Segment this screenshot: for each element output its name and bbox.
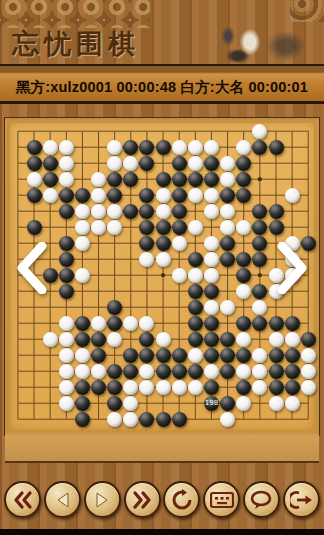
white-stone bbox=[156, 204, 171, 219]
black-stone bbox=[252, 284, 267, 299]
black-stone bbox=[107, 364, 122, 379]
white-stone bbox=[107, 204, 122, 219]
black-stone bbox=[252, 140, 267, 155]
black-stone bbox=[59, 284, 74, 299]
white-stone bbox=[59, 380, 74, 395]
keyboard-button[interactable] bbox=[203, 481, 240, 518]
white-stone bbox=[204, 300, 219, 315]
black-stone bbox=[188, 252, 203, 267]
bottom-black-strip bbox=[0, 529, 324, 535]
white-stone bbox=[156, 252, 171, 267]
black-stone bbox=[156, 348, 171, 363]
white-stone bbox=[236, 364, 251, 379]
black-stone bbox=[172, 348, 187, 363]
white-stone bbox=[156, 380, 171, 395]
black-stone bbox=[156, 364, 171, 379]
black-stone bbox=[156, 220, 171, 235]
white-stone bbox=[75, 220, 90, 235]
black-stone bbox=[43, 172, 58, 187]
black-stone bbox=[172, 204, 187, 219]
white-stone bbox=[172, 140, 187, 155]
black-stone bbox=[172, 220, 187, 235]
black-stone bbox=[107, 316, 122, 331]
white-stone bbox=[220, 204, 235, 219]
keyboard-icon bbox=[210, 491, 234, 509]
double-chevron-right-icon bbox=[131, 490, 153, 510]
exit-icon bbox=[290, 490, 312, 510]
refresh-icon bbox=[171, 489, 193, 511]
black-stone bbox=[236, 188, 251, 203]
white-stone bbox=[236, 396, 251, 411]
black-stone bbox=[220, 396, 235, 411]
white-stone bbox=[188, 188, 203, 203]
white-stone bbox=[107, 220, 122, 235]
black-stone bbox=[236, 268, 251, 283]
white-stone bbox=[156, 188, 171, 203]
black-stone bbox=[59, 188, 74, 203]
black-stone bbox=[27, 220, 42, 235]
white-stone bbox=[188, 380, 203, 395]
white-stone bbox=[188, 220, 203, 235]
replay-toolbar bbox=[0, 470, 324, 529]
white-stone bbox=[107, 156, 122, 171]
white-stone bbox=[107, 332, 122, 347]
white-stone bbox=[269, 332, 284, 347]
black-stone bbox=[123, 172, 138, 187]
black-stone bbox=[172, 412, 187, 427]
white-stone bbox=[220, 220, 235, 235]
white-stone bbox=[204, 252, 219, 267]
black-stone: 198 bbox=[204, 396, 219, 411]
black-stone bbox=[252, 316, 267, 331]
rewind-to-start-button[interactable] bbox=[4, 481, 41, 518]
black-stone bbox=[252, 220, 267, 235]
last-move-number: 198 bbox=[204, 396, 219, 411]
white-stone bbox=[123, 316, 138, 331]
previous-move-arrow[interactable] bbox=[14, 242, 48, 294]
black-stone bbox=[107, 172, 122, 187]
black-stone bbox=[43, 156, 58, 171]
white-stone bbox=[172, 268, 187, 283]
black-stone bbox=[301, 332, 316, 347]
black-stone bbox=[269, 140, 284, 155]
black-stone bbox=[156, 412, 171, 427]
black-stone bbox=[91, 332, 106, 347]
black-stone bbox=[269, 316, 284, 331]
black-stone bbox=[59, 236, 74, 251]
white-stone bbox=[172, 380, 187, 395]
white-stone bbox=[204, 364, 219, 379]
white-stone bbox=[301, 380, 316, 395]
white-stone bbox=[43, 188, 58, 203]
black-stone bbox=[91, 380, 106, 395]
white-stone bbox=[107, 412, 122, 427]
white-stone bbox=[285, 332, 300, 347]
black-stone bbox=[27, 188, 42, 203]
black-stone bbox=[156, 172, 171, 187]
white-stone bbox=[59, 396, 74, 411]
white-stone bbox=[204, 204, 219, 219]
black-stone bbox=[285, 316, 300, 331]
white-stone bbox=[252, 348, 267, 363]
black-stone bbox=[107, 188, 122, 203]
white-stone bbox=[139, 316, 154, 331]
black-stone bbox=[75, 332, 90, 347]
fast-forward-button[interactable] bbox=[124, 481, 161, 518]
white-stone bbox=[123, 156, 138, 171]
black-stone bbox=[236, 172, 251, 187]
black-stone bbox=[107, 396, 122, 411]
black-stone bbox=[236, 156, 251, 171]
white-stone bbox=[59, 140, 74, 155]
black-stone bbox=[220, 364, 235, 379]
black-stone bbox=[91, 348, 106, 363]
refresh-button[interactable] bbox=[163, 481, 200, 518]
white-stone bbox=[91, 220, 106, 235]
black-stone bbox=[172, 188, 187, 203]
white-stone bbox=[27, 172, 42, 187]
white-stone bbox=[204, 188, 219, 203]
black-stone bbox=[27, 156, 42, 171]
black-stone bbox=[204, 380, 219, 395]
black-stone bbox=[220, 252, 235, 267]
white-stone bbox=[75, 364, 90, 379]
white-stone bbox=[59, 348, 74, 363]
black-stone bbox=[204, 172, 219, 187]
black-stone bbox=[139, 188, 154, 203]
black-stone bbox=[75, 316, 90, 331]
double-chevron-left-icon bbox=[12, 490, 34, 510]
white-stone bbox=[252, 300, 267, 315]
white-stone bbox=[188, 140, 203, 155]
arrow-right-icon bbox=[92, 490, 112, 510]
white-stone bbox=[188, 268, 203, 283]
black-stone bbox=[236, 380, 251, 395]
white-stone bbox=[188, 348, 203, 363]
black-stone bbox=[156, 140, 171, 155]
white-stone bbox=[220, 412, 235, 427]
white-stone bbox=[301, 348, 316, 363]
white-stone bbox=[59, 364, 74, 379]
black-stone bbox=[204, 284, 219, 299]
white-stone bbox=[236, 332, 251, 347]
white-stone bbox=[172, 236, 187, 251]
black-stone bbox=[156, 236, 171, 251]
white-stone bbox=[269, 396, 284, 411]
app-title: 忘忧围棋 bbox=[12, 26, 140, 62]
black-stone bbox=[204, 316, 219, 331]
black-stone bbox=[27, 140, 42, 155]
black-stone bbox=[285, 364, 300, 379]
black-stone bbox=[172, 156, 187, 171]
black-stone bbox=[59, 252, 74, 267]
coin-painting-decoration bbox=[0, 0, 150, 28]
white-stone bbox=[107, 140, 122, 155]
white-stone bbox=[188, 156, 203, 171]
white-stone bbox=[75, 204, 90, 219]
white-stone bbox=[75, 348, 90, 363]
black-stone bbox=[188, 284, 203, 299]
black-stone bbox=[172, 172, 187, 187]
white-stone bbox=[204, 268, 219, 283]
white-stone bbox=[236, 220, 251, 235]
black-stone bbox=[188, 332, 203, 347]
black-stone bbox=[252, 252, 267, 267]
black-stone bbox=[75, 412, 90, 427]
app-banner: 忘忧围棋 bbox=[0, 0, 324, 66]
white-stone bbox=[252, 380, 267, 395]
black-stone bbox=[236, 348, 251, 363]
white-stone bbox=[220, 172, 235, 187]
black-stone bbox=[59, 204, 74, 219]
black-stone bbox=[269, 348, 284, 363]
chat-button[interactable] bbox=[243, 481, 280, 518]
black-stone bbox=[172, 364, 187, 379]
black-stone bbox=[139, 140, 154, 155]
black-stone bbox=[188, 300, 203, 315]
black-stone bbox=[139, 156, 154, 171]
white-stone bbox=[220, 156, 235, 171]
black-stone bbox=[188, 316, 203, 331]
white-stone bbox=[91, 364, 106, 379]
white-stone bbox=[75, 236, 90, 251]
black-stone bbox=[252, 204, 267, 219]
black-stone bbox=[204, 156, 219, 171]
black-stone bbox=[123, 140, 138, 155]
white-stone bbox=[301, 364, 316, 379]
black-stone bbox=[59, 268, 74, 283]
white-stone bbox=[91, 204, 106, 219]
white-stone bbox=[204, 236, 219, 251]
white-stone bbox=[59, 156, 74, 171]
black-stone bbox=[252, 236, 267, 251]
black-stone bbox=[269, 204, 284, 219]
black-stone bbox=[123, 348, 138, 363]
black-stone bbox=[188, 172, 203, 187]
white-stone bbox=[123, 396, 138, 411]
white-stone bbox=[75, 268, 90, 283]
exit-button[interactable] bbox=[283, 481, 320, 518]
white-stone bbox=[43, 140, 58, 155]
go-players-painting bbox=[198, 18, 318, 64]
black-stone bbox=[236, 316, 251, 331]
white-stone bbox=[123, 380, 138, 395]
status-bar: 黑方:xulz0001 00:00:48 白方:大名 00:00:01 bbox=[0, 66, 324, 104]
black-stone bbox=[139, 412, 154, 427]
white-stone bbox=[252, 124, 267, 139]
black-stone bbox=[75, 380, 90, 395]
white-stone bbox=[91, 188, 106, 203]
white-stone bbox=[91, 172, 106, 187]
black-stone bbox=[220, 188, 235, 203]
black-stone bbox=[236, 252, 251, 267]
board-apron bbox=[5, 435, 319, 463]
black-stone bbox=[75, 396, 90, 411]
white-stone bbox=[285, 188, 300, 203]
white-stone bbox=[252, 364, 267, 379]
black-stone bbox=[269, 380, 284, 395]
white-stone bbox=[204, 140, 219, 155]
white-stone bbox=[123, 412, 138, 427]
white-stone bbox=[220, 300, 235, 315]
white-stone bbox=[139, 364, 154, 379]
black-stone bbox=[285, 348, 300, 363]
black-stone bbox=[285, 380, 300, 395]
white-stone bbox=[236, 284, 251, 299]
black-stone bbox=[269, 364, 284, 379]
step-back-button[interactable] bbox=[44, 481, 81, 518]
black-stone bbox=[269, 220, 284, 235]
players-and-clocks-text: 黑方:xulz0001 00:00:48 白方:大名 00:00:01 bbox=[0, 78, 324, 97]
black-stone bbox=[75, 188, 90, 203]
play-forward-button[interactable] bbox=[84, 481, 121, 518]
white-stone bbox=[43, 332, 58, 347]
white-stone bbox=[139, 380, 154, 395]
black-stone bbox=[204, 332, 219, 347]
black-stone bbox=[204, 348, 219, 363]
black-stone bbox=[139, 236, 154, 251]
white-stone bbox=[285, 396, 300, 411]
black-stone bbox=[107, 300, 122, 315]
black-stone bbox=[220, 236, 235, 251]
black-stone bbox=[107, 380, 122, 395]
white-stone bbox=[139, 252, 154, 267]
black-stone bbox=[139, 204, 154, 219]
black-stone bbox=[220, 332, 235, 347]
next-move-arrow[interactable] bbox=[276, 242, 310, 294]
white-stone bbox=[59, 172, 74, 187]
chat-bubble-icon bbox=[250, 490, 272, 510]
black-stone bbox=[139, 348, 154, 363]
black-stone bbox=[123, 364, 138, 379]
white-stone bbox=[236, 140, 251, 155]
black-stone bbox=[139, 332, 154, 347]
arrow-left-icon bbox=[53, 490, 73, 510]
white-stone bbox=[59, 332, 74, 347]
black-stone bbox=[220, 348, 235, 363]
white-stone bbox=[59, 316, 74, 331]
black-stone bbox=[188, 364, 203, 379]
black-stone bbox=[139, 220, 154, 235]
white-stone bbox=[91, 316, 106, 331]
black-stone bbox=[123, 204, 138, 219]
white-stone bbox=[156, 332, 171, 347]
